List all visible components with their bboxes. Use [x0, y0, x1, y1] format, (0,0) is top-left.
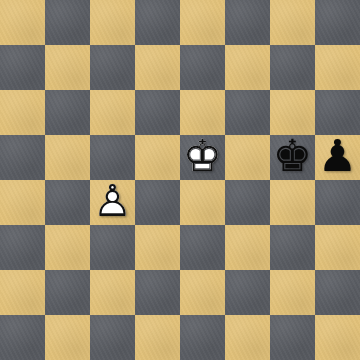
square-f5[interactable]	[225, 135, 270, 180]
square-d6[interactable]	[135, 90, 180, 135]
square-a6[interactable]	[0, 90, 45, 135]
square-e4[interactable]	[180, 180, 225, 225]
white-pawn-c4[interactable]: ♟♙	[90, 180, 135, 225]
square-c1[interactable]	[90, 315, 135, 360]
square-c5[interactable]	[90, 135, 135, 180]
square-h6[interactable]	[315, 90, 360, 135]
square-a2[interactable]	[0, 270, 45, 315]
black-king-icon: ♚	[273, 134, 312, 178]
square-h7[interactable]	[315, 45, 360, 90]
square-e1[interactable]	[180, 315, 225, 360]
square-h4[interactable]	[315, 180, 360, 225]
black-pawn-h5[interactable]: ♟	[315, 135, 360, 180]
square-b3[interactable]	[45, 225, 90, 270]
square-g7[interactable]	[270, 45, 315, 90]
square-e8[interactable]	[180, 0, 225, 45]
square-a4[interactable]	[0, 180, 45, 225]
square-a7[interactable]	[0, 45, 45, 90]
square-c7[interactable]	[90, 45, 135, 90]
square-f1[interactable]	[225, 315, 270, 360]
square-c4[interactable]: ♟♙	[90, 180, 135, 225]
square-h2[interactable]	[315, 270, 360, 315]
square-f8[interactable]	[225, 0, 270, 45]
square-g8[interactable]	[270, 0, 315, 45]
white-pawn-icon: ♙	[93, 179, 132, 223]
square-a8[interactable]	[0, 0, 45, 45]
square-c3[interactable]	[90, 225, 135, 270]
square-c8[interactable]	[90, 0, 135, 45]
square-e6[interactable]	[180, 90, 225, 135]
square-f6[interactable]	[225, 90, 270, 135]
black-pawn-icon: ♟	[318, 134, 357, 178]
square-h1[interactable]	[315, 315, 360, 360]
square-h5[interactable]: ♟	[315, 135, 360, 180]
white-king-e5[interactable]: ♚♔	[180, 135, 225, 180]
square-c6[interactable]	[90, 90, 135, 135]
square-f7[interactable]	[225, 45, 270, 90]
square-d2[interactable]	[135, 270, 180, 315]
square-d3[interactable]	[135, 225, 180, 270]
square-g1[interactable]	[270, 315, 315, 360]
square-b8[interactable]	[45, 0, 90, 45]
square-f4[interactable]	[225, 180, 270, 225]
square-f3[interactable]	[225, 225, 270, 270]
square-d4[interactable]	[135, 180, 180, 225]
square-e7[interactable]	[180, 45, 225, 90]
square-b2[interactable]	[45, 270, 90, 315]
square-a3[interactable]	[0, 225, 45, 270]
white-king-icon: ♔	[183, 134, 222, 178]
square-g2[interactable]	[270, 270, 315, 315]
square-d7[interactable]	[135, 45, 180, 90]
square-d1[interactable]	[135, 315, 180, 360]
square-b1[interactable]	[45, 315, 90, 360]
square-b4[interactable]	[45, 180, 90, 225]
square-g5[interactable]: ♚	[270, 135, 315, 180]
square-b5[interactable]	[45, 135, 90, 180]
square-h8[interactable]	[315, 0, 360, 45]
square-d5[interactable]	[135, 135, 180, 180]
black-king-g5[interactable]: ♚	[270, 135, 315, 180]
square-b7[interactable]	[45, 45, 90, 90]
square-g4[interactable]	[270, 180, 315, 225]
square-d8[interactable]	[135, 0, 180, 45]
square-h3[interactable]	[315, 225, 360, 270]
square-g3[interactable]	[270, 225, 315, 270]
square-b6[interactable]	[45, 90, 90, 135]
square-e2[interactable]	[180, 270, 225, 315]
square-g6[interactable]	[270, 90, 315, 135]
square-a1[interactable]	[0, 315, 45, 360]
square-f2[interactable]	[225, 270, 270, 315]
square-e5[interactable]: ♚♔	[180, 135, 225, 180]
chess-board: ♚♔♚♟♟♙	[0, 0, 360, 360]
square-a5[interactable]	[0, 135, 45, 180]
square-e3[interactable]	[180, 225, 225, 270]
square-c2[interactable]	[90, 270, 135, 315]
